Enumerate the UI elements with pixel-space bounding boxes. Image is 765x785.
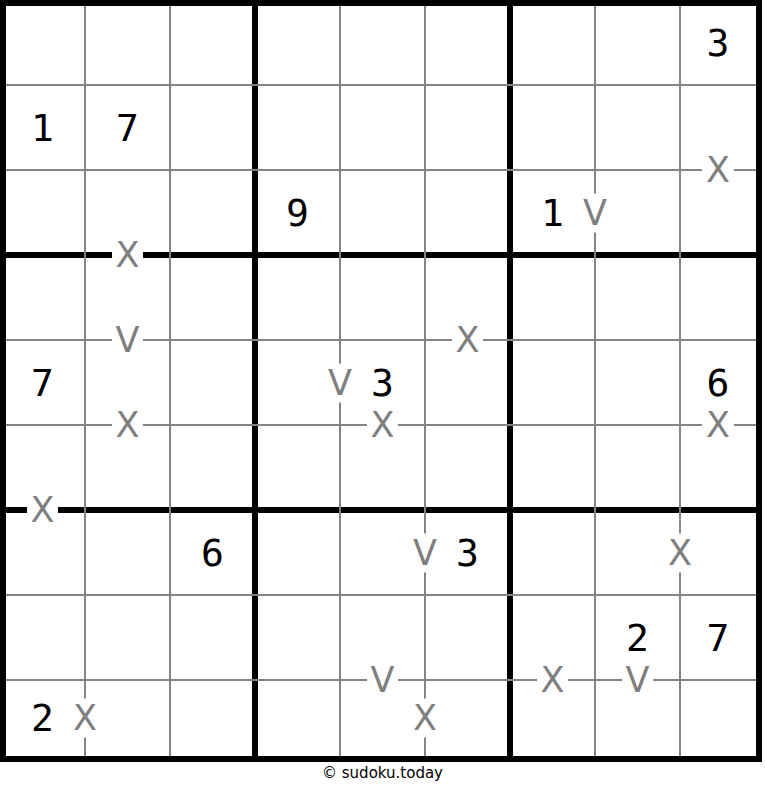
board-border-right	[756, 0, 762, 762]
cell-r7c7[interactable]	[510, 510, 595, 595]
cell-r5c1[interactable]: 7	[0, 340, 85, 425]
cell-r7c4[interactable]	[255, 510, 340, 595]
given-digit: 9	[286, 194, 309, 232]
cell-r4c9[interactable]	[680, 255, 756, 340]
xv-marker-x: X	[452, 321, 484, 360]
site-credit: © sudoku.today	[0, 762, 765, 785]
given-digit: 3	[371, 364, 394, 402]
xv-marker-v: V	[367, 661, 399, 700]
cell-r3c5[interactable]	[340, 170, 425, 255]
given-digit: 2	[626, 619, 649, 657]
xv-marker-x: X	[367, 406, 399, 445]
cell-r1c8[interactable]	[595, 0, 680, 85]
cell-r6c4[interactable]	[255, 425, 340, 510]
cell-r8c3[interactable]	[170, 595, 255, 680]
xv-marker-v: V	[579, 193, 611, 232]
cell-r6c7[interactable]	[510, 425, 595, 510]
cell-r9c3[interactable]	[170, 680, 255, 756]
given-digit: 7	[707, 619, 730, 657]
cell-r1c2[interactable]	[85, 0, 170, 85]
cell-r3c4[interactable]: 9	[255, 170, 340, 255]
cell-r8c2[interactable]	[85, 595, 170, 680]
cell-r2c4[interactable]	[255, 85, 340, 170]
cell-r4c5[interactable]	[340, 255, 425, 340]
cell-r4c7[interactable]	[510, 255, 595, 340]
xv-marker-x: X	[112, 236, 144, 275]
cell-r2c2[interactable]: 7	[85, 85, 170, 170]
xv-marker-x: X	[112, 406, 144, 445]
given-digit: 6	[707, 364, 730, 402]
cell-r5c7[interactable]	[510, 340, 595, 425]
cell-r5c8[interactable]	[595, 340, 680, 425]
cell-r1c6[interactable]	[425, 0, 510, 85]
given-digit: 6	[201, 534, 224, 572]
cell-r8c6[interactable]	[425, 595, 510, 680]
xv-marker-x: X	[27, 491, 59, 530]
cell-r2c3[interactable]	[170, 85, 255, 170]
cell-r8c1[interactable]	[0, 595, 85, 680]
cell-r4c3[interactable]	[170, 255, 255, 340]
xv-marker-x: X	[702, 151, 734, 190]
cell-r2c1[interactable]: 1	[0, 85, 85, 170]
cell-r2c5[interactable]	[340, 85, 425, 170]
cell-r9c4[interactable]	[255, 680, 340, 756]
cell-r1c9[interactable]: 3	[680, 0, 756, 85]
given-digit: 7	[116, 109, 139, 147]
cell-r1c3[interactable]	[170, 0, 255, 85]
cell-r1c5[interactable]	[340, 0, 425, 85]
given-digit: 2	[31, 699, 54, 737]
given-digit: 1	[541, 194, 564, 232]
xv-marker-x: X	[537, 661, 569, 700]
given-digit: 1	[31, 109, 54, 147]
cell-r4c4[interactable]	[255, 255, 340, 340]
cell-r8c9[interactable]: 7	[680, 595, 756, 680]
given-digit: 3	[456, 534, 479, 572]
cell-r8c4[interactable]	[255, 595, 340, 680]
xv-marker-v: V	[409, 533, 441, 572]
xv-marker-x: X	[69, 699, 101, 738]
cell-r4c8[interactable]	[595, 255, 680, 340]
cell-r3c6[interactable]	[425, 170, 510, 255]
cell-r4c1[interactable]	[0, 255, 85, 340]
xv-marker-x: X	[664, 533, 696, 572]
given-digit: 3	[707, 24, 730, 62]
cell-r6c6[interactable]	[425, 425, 510, 510]
cell-r2c6[interactable]	[425, 85, 510, 170]
cell-r6c3[interactable]	[170, 425, 255, 510]
cell-r1c4[interactable]	[255, 0, 340, 85]
cell-r2c7[interactable]	[510, 85, 595, 170]
xv-marker-x: X	[409, 699, 441, 738]
xv-marker-v: V	[112, 321, 144, 360]
sudoku-board: 3179173663272XVXVXVXXXXVXVXVXX	[0, 0, 762, 762]
cell-r6c8[interactable]	[595, 425, 680, 510]
cell-r3c3[interactable]	[170, 170, 255, 255]
cell-r1c7[interactable]	[510, 0, 595, 85]
given-digit: 7	[31, 364, 54, 402]
cell-r5c3[interactable]	[170, 340, 255, 425]
cell-r7c2[interactable]	[85, 510, 170, 595]
cell-r9c9[interactable]	[680, 680, 756, 756]
board-border-bottom	[0, 756, 762, 762]
xv-marker-v: V	[622, 661, 654, 700]
xv-marker-v: V	[324, 363, 356, 402]
cell-r2c8[interactable]	[595, 85, 680, 170]
xv-marker-x: X	[702, 406, 734, 445]
cell-r1c1[interactable]	[0, 0, 85, 85]
cell-r3c1[interactable]	[0, 170, 85, 255]
cell-r7c3[interactable]: 6	[170, 510, 255, 595]
